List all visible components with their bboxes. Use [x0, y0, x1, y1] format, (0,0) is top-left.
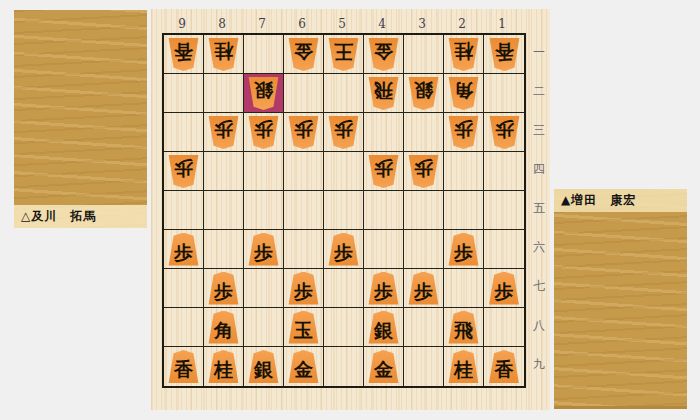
- board-cell[interactable]: [164, 113, 204, 152]
- board-cell[interactable]: [364, 230, 404, 269]
- board-cell[interactable]: [284, 191, 324, 230]
- shogi-piece-gote: 桂: [208, 38, 239, 71]
- shogi-piece-gote: 飛: [368, 77, 399, 110]
- shogi-piece-gote: 香: [489, 38, 520, 71]
- board-cell[interactable]: [164, 269, 204, 308]
- shogi-piece-gote: 王: [328, 38, 359, 71]
- shogi-piece-sente: 歩: [208, 272, 239, 305]
- shogi-piece-gote: 香: [168, 38, 199, 71]
- board-cell[interactable]: 銀: [364, 308, 404, 347]
- board-cell[interactable]: [244, 191, 284, 230]
- board-cell[interactable]: 歩: [324, 113, 364, 152]
- board-cell[interactable]: 香: [484, 35, 524, 74]
- shogi-piece-gote: 歩: [248, 116, 279, 149]
- shogi-piece-gote: 金: [368, 38, 399, 71]
- row-label: 六: [529, 228, 549, 267]
- column-label: 8: [202, 16, 242, 32]
- board-cell[interactable]: [204, 74, 244, 113]
- shogi-piece-gote: 歩: [328, 116, 359, 149]
- board-cell[interactable]: [404, 35, 444, 74]
- row-label: 八: [529, 306, 549, 345]
- board-cell[interactable]: 桂: [204, 35, 244, 74]
- shogi-piece-gote: 歩: [208, 116, 239, 149]
- shogi-piece-gote: 銀: [408, 77, 439, 110]
- board-cell[interactable]: [364, 191, 404, 230]
- board-cell[interactable]: 香: [164, 35, 204, 74]
- board-cell[interactable]: 角: [204, 308, 244, 347]
- shogi-piece-sente: 香: [489, 350, 520, 383]
- board-cell[interactable]: 銀: [244, 347, 284, 386]
- shogi-piece-gote: 歩: [408, 155, 439, 188]
- board-cell[interactable]: 歩: [364, 269, 404, 308]
- board-cell[interactable]: [284, 152, 324, 191]
- board-cell[interactable]: [324, 191, 364, 230]
- board-cell[interactable]: [484, 230, 524, 269]
- board-cell[interactable]: 飛: [444, 308, 484, 347]
- shogi-piece-sente: 香: [168, 350, 199, 383]
- column-label: 9: [162, 16, 202, 32]
- shogi-board: 987654321 香桂金王金桂香銀飛銀角歩歩歩歩歩歩歩歩歩歩歩歩歩歩歩歩歩歩角…: [151, 9, 550, 410]
- shogi-piece-gote: 桂: [448, 38, 479, 71]
- board-cell[interactable]: [324, 74, 364, 113]
- board-cell[interactable]: [244, 269, 284, 308]
- board-cell[interactable]: [364, 113, 404, 152]
- board-cell[interactable]: [164, 74, 204, 113]
- board-cell[interactable]: 歩: [404, 152, 444, 191]
- board-cell[interactable]: 歩: [204, 269, 244, 308]
- board-cell[interactable]: 銀: [244, 74, 284, 113]
- shogi-piece-gote: 歩: [489, 116, 520, 149]
- board-cell[interactable]: [324, 347, 364, 386]
- board-cell[interactable]: 桂: [444, 347, 484, 386]
- column-label: 1: [482, 16, 522, 32]
- shogi-piece-sente: 金: [368, 350, 399, 383]
- board-cell[interactable]: [244, 152, 284, 191]
- row-label: 一: [529, 33, 549, 72]
- column-label: 2: [442, 16, 482, 32]
- board-cell[interactable]: [324, 269, 364, 308]
- board-grid: 香桂金王金桂香銀飛銀角歩歩歩歩歩歩歩歩歩歩歩歩歩歩歩歩歩歩角玉銀飛香桂銀金金桂香: [162, 33, 526, 388]
- board-cell[interactable]: 桂: [204, 347, 244, 386]
- board-cell[interactable]: [444, 269, 484, 308]
- shogi-piece-gote: 歩: [448, 116, 479, 149]
- board-cell[interactable]: [204, 191, 244, 230]
- board-cell[interactable]: [164, 308, 204, 347]
- board-cell[interactable]: [444, 191, 484, 230]
- shogi-piece-gote: 歩: [368, 155, 399, 188]
- board-cell[interactable]: 歩: [284, 113, 324, 152]
- board-cell[interactable]: [324, 152, 364, 191]
- board-cell[interactable]: 王: [324, 35, 364, 74]
- shogi-piece-sente: 銀: [368, 311, 399, 344]
- board-cell[interactable]: 歩: [164, 152, 204, 191]
- shogi-piece-sente: 金: [288, 350, 319, 383]
- board-cell[interactable]: 香: [484, 347, 524, 386]
- board-cell[interactable]: 香: [164, 347, 204, 386]
- column-labels: 987654321: [162, 16, 522, 32]
- board-cell[interactable]: [204, 230, 244, 269]
- board-cell[interactable]: 金: [284, 35, 324, 74]
- board-cell[interactable]: 歩: [324, 230, 364, 269]
- row-label: 四: [529, 150, 549, 189]
- column-label: 5: [322, 16, 362, 32]
- board-cell[interactable]: 歩: [364, 152, 404, 191]
- shogi-piece-sente: 歩: [328, 233, 359, 266]
- board-cell[interactable]: 銀: [404, 74, 444, 113]
- shogi-piece-sente: 飛: [448, 311, 479, 344]
- gote-panel: △及川 拓馬: [14, 10, 147, 228]
- board-cell[interactable]: 歩: [484, 113, 524, 152]
- shogi-piece-sente: 歩: [489, 272, 520, 305]
- row-labels: 一二三四五六七八九: [529, 33, 549, 384]
- board-cell[interactable]: [484, 191, 524, 230]
- board-cell[interactable]: [404, 308, 444, 347]
- shogi-piece-sente: 桂: [208, 350, 239, 383]
- shogi-piece-gote: 歩: [168, 155, 199, 188]
- shogi-piece-gote: 角: [448, 77, 479, 110]
- board-cell[interactable]: [324, 308, 364, 347]
- shogi-piece-gote: 歩: [288, 116, 319, 149]
- board-cell[interactable]: [484, 74, 524, 113]
- row-label: 三: [529, 111, 549, 150]
- board-cell[interactable]: [404, 230, 444, 269]
- board-cell[interactable]: 金: [364, 347, 404, 386]
- board-cell[interactable]: 歩: [404, 269, 444, 308]
- row-label: 七: [529, 267, 549, 306]
- board-cell[interactable]: [284, 230, 324, 269]
- board-cell[interactable]: [404, 113, 444, 152]
- board-cell[interactable]: [484, 152, 524, 191]
- shogi-piece-sente: 桂: [448, 350, 479, 383]
- board-cell[interactable]: 歩: [444, 113, 484, 152]
- board-cell[interactable]: [244, 35, 284, 74]
- board-cell[interactable]: [284, 74, 324, 113]
- board-cell[interactable]: 歩: [204, 113, 244, 152]
- board-cell[interactable]: 角: [444, 74, 484, 113]
- sente-nameplate: ▲増田 康宏: [554, 189, 687, 212]
- board-cell[interactable]: 歩: [444, 230, 484, 269]
- board-cell[interactable]: [484, 308, 524, 347]
- board-cell[interactable]: 金: [364, 35, 404, 74]
- board-cell[interactable]: 桂: [444, 35, 484, 74]
- board-cell[interactable]: 歩: [284, 269, 324, 308]
- board-cell[interactable]: [404, 191, 444, 230]
- shogi-piece-sente: 歩: [288, 272, 319, 305]
- board-cell[interactable]: 金: [284, 347, 324, 386]
- column-label: 4: [362, 16, 402, 32]
- board-cell[interactable]: 歩: [244, 113, 284, 152]
- board-cell[interactable]: [404, 347, 444, 386]
- board-cell[interactable]: [244, 308, 284, 347]
- row-label: 五: [529, 189, 549, 228]
- board-cell[interactable]: 歩: [244, 230, 284, 269]
- board-cell[interactable]: 歩: [484, 269, 524, 308]
- shogi-piece-sente: 角: [208, 311, 239, 344]
- shogi-piece-sente: 歩: [448, 233, 479, 266]
- shogi-piece-sente: 歩: [168, 233, 199, 266]
- shogi-piece-gote: 金: [288, 38, 319, 71]
- gote-nameplate: △及川 拓馬: [14, 205, 147, 228]
- column-label: 7: [242, 16, 282, 32]
- shogi-piece-sente: 歩: [408, 272, 439, 305]
- column-label: 3: [402, 16, 442, 32]
- board-cell[interactable]: 飛: [364, 74, 404, 113]
- board-cell[interactable]: 玉: [284, 308, 324, 347]
- row-label: 九: [529, 345, 549, 384]
- shogi-piece-gote: 銀: [248, 77, 279, 110]
- shogi-app: △及川 拓馬 987654321 香桂金王金桂香銀飛銀角歩歩歩歩歩歩歩歩歩歩歩歩…: [0, 0, 700, 420]
- sente-panel: ▲増田 康宏: [554, 189, 687, 409]
- column-label: 6: [282, 16, 322, 32]
- board-cell[interactable]: 歩: [164, 230, 204, 269]
- board-cell[interactable]: [204, 152, 244, 191]
- shogi-piece-sente: 歩: [248, 233, 279, 266]
- board-cell[interactable]: [164, 191, 204, 230]
- row-label: 二: [529, 72, 549, 111]
- shogi-piece-sente: 玉: [288, 311, 319, 344]
- shogi-piece-sente: 歩: [368, 272, 399, 305]
- board-cell[interactable]: [444, 152, 484, 191]
- shogi-piece-sente: 銀: [248, 350, 279, 383]
